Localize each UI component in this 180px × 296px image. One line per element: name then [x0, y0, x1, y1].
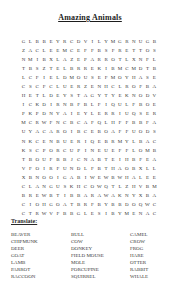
grid-cell: R [75, 64, 82, 73]
grid-cell: A [130, 173, 137, 182]
grid-cell: K [123, 91, 130, 100]
grid-cell: R [82, 200, 89, 209]
grid-cell: C [48, 82, 55, 91]
grid-cell: A [151, 118, 158, 127]
grid-cell: M [123, 209, 130, 218]
grid-cell: B [137, 137, 144, 146]
grid-cell: K [20, 146, 27, 155]
grid-cell: G [48, 182, 55, 191]
grid-cell: B [75, 191, 82, 200]
grid-cell: T [48, 64, 55, 73]
grid-cell: U [103, 146, 110, 155]
grid-cell: C [41, 127, 48, 136]
grid-cell: S [68, 91, 75, 100]
grid-cell: H [20, 91, 27, 100]
grid-cell: T [144, 64, 151, 73]
grid-cell: O [137, 91, 144, 100]
grid-cell: V [20, 164, 27, 173]
grid-cell: A [61, 55, 68, 64]
grid-cell: P [41, 146, 48, 155]
grid-cell: F [96, 100, 103, 109]
grid-cell: A [34, 182, 41, 191]
grid-cell: N [68, 164, 75, 173]
grid-cell: L [27, 37, 34, 46]
grid-cell: R [96, 55, 103, 64]
grid-cell: B [96, 46, 103, 55]
grid-cell: B [54, 137, 61, 146]
grid-cell: A [61, 200, 68, 209]
grid-cell: N [34, 173, 41, 182]
grid-cell: L [54, 55, 61, 64]
grid-cell: O [144, 100, 151, 109]
grid-cell: A [144, 137, 151, 146]
grid-cell: D [75, 37, 82, 46]
grid-cell: T [137, 46, 144, 55]
grid-cell: V [48, 209, 55, 218]
grid-cell: K [116, 191, 123, 200]
grid-cell: D [123, 200, 130, 209]
grid-cell: O [48, 173, 55, 182]
grid-cell: E [75, 55, 82, 64]
grid-cell: L [89, 109, 96, 118]
grid-cell: R [34, 118, 41, 127]
grid-cell: B [151, 64, 158, 73]
grid-cell: K [96, 64, 103, 73]
grid-cell: U [61, 137, 68, 146]
grid-cell: D [137, 64, 144, 73]
grid-cell: F [89, 46, 96, 55]
grid-cell: I [103, 100, 110, 109]
grid-cell: C [82, 182, 89, 191]
grid-cell: R [34, 209, 41, 218]
grid-cell: R [48, 164, 55, 173]
grid-cell: F [116, 118, 123, 127]
grid-cell: B [151, 37, 158, 46]
grid-cell: W [89, 173, 96, 182]
grid-cell: O [116, 73, 123, 82]
grid-cell: X [20, 173, 27, 182]
grid-cell: N [82, 155, 89, 164]
grid-cell: B [41, 55, 48, 64]
grid-cell: Q [110, 100, 117, 109]
word-item: LAMB [11, 259, 69, 266]
grid-cell: O [34, 200, 41, 209]
grid-cell: K [27, 137, 34, 146]
grid-cell: B [68, 100, 75, 109]
grid-cell: T [68, 200, 75, 209]
grid-cell: D [41, 109, 48, 118]
grid-cell: R [27, 191, 34, 200]
grid-cell: Z [123, 182, 130, 191]
grid-cell: C [27, 118, 34, 127]
grid-cell: I [116, 109, 123, 118]
grid-cell: S [61, 182, 68, 191]
grid-cell: B [96, 155, 103, 164]
grid-cell: C [123, 64, 130, 73]
grid-cell: X [137, 191, 144, 200]
grid-cell: D [75, 164, 82, 173]
page-title: Amazing Animals [0, 13, 180, 22]
word-item: FIELD MOUSE [71, 252, 127, 259]
grid-cell: L [151, 55, 158, 64]
grid-cell: A [68, 173, 75, 182]
grid-cell: B [110, 200, 117, 209]
grid-cell: T [130, 46, 137, 55]
grid-cell: R [116, 46, 123, 55]
grid-cell: A [110, 127, 117, 136]
worksheet-page: Amazing Animals GLBBEYRCDVILYMGRNUGBZACL… [0, 0, 180, 296]
grid-cell: I [82, 137, 89, 146]
grid-cell: G [61, 173, 68, 182]
grid-cell: L [137, 173, 144, 182]
grid-cell: A [151, 191, 158, 200]
word-item: DEER [11, 245, 69, 252]
grid-cell: O [137, 146, 144, 155]
grid-cell: F [82, 46, 89, 55]
grid-cell: Y [82, 109, 89, 118]
grid-cell: D [48, 91, 55, 100]
grid-cell: W [116, 173, 123, 182]
grid-cell: B [144, 182, 151, 191]
grid-cell: M [110, 37, 117, 46]
grid-cell: Z [41, 64, 48, 73]
grid-cell: A [61, 109, 68, 118]
grid-cell: W [96, 182, 103, 191]
word-search-grid: GLBBEYRCDVILYMGRNUGBZACLEEMCEFFBSFRETTOS… [20, 37, 158, 218]
grid-cell: Y [61, 91, 68, 100]
grid-cell: E [116, 91, 123, 100]
grid-cell: L [41, 91, 48, 100]
grid-cell: W [103, 173, 110, 182]
grid-cell: M [116, 64, 123, 73]
grid-cell: B [68, 209, 75, 218]
word-item: DONKEY [71, 245, 127, 252]
grid-cell: E [34, 191, 41, 200]
grid-cell: I [48, 100, 55, 109]
grid-cell: R [75, 82, 82, 91]
grid-cell: T [103, 91, 110, 100]
grid-cell: C [34, 46, 41, 55]
grid-cell: E [144, 173, 151, 182]
word-item: RABBIT [130, 266, 178, 273]
grid-cell: H [130, 73, 137, 82]
grid-cell: T [54, 191, 61, 200]
grid-cell: F [27, 164, 34, 173]
grid-cell: L [54, 82, 61, 91]
grid-cell: E [41, 137, 48, 146]
word-item: BEAVER [11, 231, 69, 238]
grid-cell: R [103, 55, 110, 64]
grid-cell: M [61, 46, 68, 55]
grid-cell: O [130, 200, 137, 209]
grid-cell: Q [103, 182, 110, 191]
grid-cell: R [110, 109, 117, 118]
grid-cell: R [54, 100, 61, 109]
grid-cell: U [20, 127, 27, 136]
grid-cell: N [123, 191, 130, 200]
grid-cell: C [20, 82, 27, 91]
grid-cell: E [27, 91, 34, 100]
grid-cell: U [137, 37, 144, 46]
grid-cell: J [68, 155, 75, 164]
grid-cell: R [54, 127, 61, 136]
grid-cell: E [96, 109, 103, 118]
grid-cell: A [89, 155, 96, 164]
grid-cell: T [103, 164, 110, 173]
grid-cell: E [48, 37, 55, 46]
grid-cell: B [48, 191, 55, 200]
grid-cell: F [34, 73, 41, 82]
word-item: HARE [130, 252, 178, 259]
grid-cell: B [130, 164, 137, 173]
grid-cell: O [34, 164, 41, 173]
grid-cell: C [20, 200, 27, 209]
grid-cell: B [27, 173, 34, 182]
grid-cell: B [27, 64, 34, 73]
grid-cell: G [144, 37, 151, 46]
grid-cell: H [110, 164, 117, 173]
grid-cell: U [116, 100, 123, 109]
grid-cell: M [116, 137, 123, 146]
grid-cell: F [123, 127, 130, 136]
word-item: SQUIRREL [71, 273, 127, 280]
word-item: WHALE [130, 273, 178, 280]
grid-cell: S [151, 46, 158, 55]
grid-cell: Y [54, 109, 61, 118]
grid-cell: N [48, 109, 55, 118]
grid-cell: P [34, 109, 41, 118]
grid-cell: B [75, 127, 82, 136]
grid-cell: E [68, 137, 75, 146]
grid-cell: I [68, 127, 75, 136]
grid-cell: T [75, 91, 82, 100]
grid-cell: X [137, 164, 144, 173]
word-item: CHIPMUNK [11, 238, 69, 245]
grid-cell: N [48, 137, 55, 146]
word-item: CROW [130, 238, 178, 245]
grid-cell: U [130, 127, 137, 136]
grid-cell: Q [96, 118, 103, 127]
grid-cell: R [82, 64, 89, 73]
grid-cell: N [96, 82, 103, 91]
grid-cell: E [89, 209, 96, 218]
grid-cell: N [20, 137, 27, 146]
grid-cell: C [20, 182, 27, 191]
grid-cell: F [110, 46, 117, 55]
grid-cell: Y [103, 37, 110, 46]
grid-cell: E [54, 64, 61, 73]
grid-cell: B [82, 100, 89, 109]
grid-cell: A [82, 91, 89, 100]
grid-cell: T [116, 55, 123, 64]
grid-cell: F [89, 118, 96, 127]
grid-cell: B [27, 155, 34, 164]
grid-cell: M [20, 118, 27, 127]
grid-cell: M [151, 182, 158, 191]
grid-cell: A [116, 164, 123, 173]
grid-cell: L [130, 137, 137, 146]
word-list-column-3: CAMELCROWFROGHAREOTTERRABBITWHALE [130, 231, 178, 280]
grid-cell: A [48, 127, 55, 136]
grid-cell: B [137, 100, 144, 109]
grid-cell: C [34, 146, 41, 155]
grid-cell: D [61, 73, 68, 82]
grid-cell: U [123, 109, 130, 118]
grid-cell: E [96, 173, 103, 182]
grid-cell: I [34, 55, 41, 64]
grid-cell: E [89, 127, 96, 136]
grid-cell: O [54, 200, 61, 209]
grid-cell: C [34, 137, 41, 146]
grid-cell: T [20, 64, 27, 73]
grid-cell: L [96, 37, 103, 46]
grid-cell: O [130, 82, 137, 91]
grid-cell: H [103, 82, 110, 91]
word-list-column-2: BULLCOWDONKEYFIELD MOUSEMOLEPORCUPINESQU… [71, 231, 127, 280]
grid-cell: C [27, 100, 34, 109]
grid-cell: E [96, 146, 103, 155]
grid-cell: S [34, 64, 41, 73]
grid-cell: H [123, 155, 130, 164]
grid-cell: W [41, 118, 48, 127]
grid-cell: M [110, 73, 117, 82]
grid-cell: T [34, 91, 41, 100]
grid-cell: T [27, 209, 34, 218]
grid-cell: B [75, 173, 82, 182]
grid-cell: O [110, 55, 117, 64]
grid-cell: Y [123, 137, 130, 146]
grid-cell: B [110, 64, 117, 73]
grid-cell: B [61, 209, 68, 218]
grid-cell: Q [130, 109, 137, 118]
grid-cell: B [41, 37, 48, 46]
word-item: COW [71, 238, 127, 245]
grid-cell: I [82, 173, 89, 182]
grid-cell: K [34, 100, 41, 109]
grid-cell: D [144, 91, 151, 100]
grid-cell: A [144, 209, 151, 218]
grid-cell: S [27, 82, 34, 91]
grid-cell: L [54, 73, 61, 82]
grid-cell: X [48, 55, 55, 64]
grid-cell: I [41, 164, 48, 173]
grid-cell: C [110, 82, 117, 91]
grid-cell: R [123, 37, 130, 46]
grid-cell: E [110, 146, 117, 155]
grid-cell: Q [89, 137, 96, 146]
grid-cell: E [48, 46, 55, 55]
grid-cell: C [61, 118, 68, 127]
grid-cell: Y [103, 200, 110, 209]
grid-cell: B [75, 200, 82, 209]
grid-cell: F [75, 100, 82, 109]
grid-cell: E [151, 100, 158, 109]
grid-cell: C [151, 209, 158, 218]
grid-cell: H [110, 118, 117, 127]
grid-cell: B [116, 200, 123, 209]
grid-cell: C [27, 73, 34, 82]
grid-cell: B [96, 200, 103, 209]
grid-cell: O [89, 182, 96, 191]
grid-cell: L [20, 73, 27, 82]
grid-cell: C [75, 118, 82, 127]
grid-cell: K [68, 182, 75, 191]
grid-cell: E [54, 91, 61, 100]
grid-cell: L [116, 82, 123, 91]
grid-cell: W [41, 209, 48, 218]
grid-cell: C [34, 82, 41, 91]
grid-cell: Y [110, 91, 117, 100]
grid-cell: Y [123, 73, 130, 82]
grid-cell: D [41, 100, 48, 109]
grid-cell: R [103, 109, 110, 118]
grid-cell: M [130, 64, 137, 73]
grid-cell: P [20, 109, 27, 118]
grid-cell: L [151, 164, 158, 173]
grid-cell: D [144, 127, 151, 136]
grid-cell: U [61, 164, 68, 173]
grid-cell: E [144, 109, 151, 118]
grid-cell: E [68, 82, 75, 91]
grid-cell: N [137, 209, 144, 218]
grid-cell: N [41, 182, 48, 191]
grid-cell: B [54, 155, 61, 164]
grid-cell: L [123, 55, 130, 64]
grid-cell: R [75, 137, 82, 146]
grid-cell: A [110, 191, 117, 200]
grid-cell: Z [68, 55, 75, 64]
grid-cell: Y [54, 37, 61, 46]
grid-cell: N [61, 100, 68, 109]
grid-cell: A [137, 73, 144, 82]
word-item: MOLE [71, 259, 127, 266]
grid-cell: R [61, 37, 68, 46]
grid-cell: C [61, 146, 68, 155]
grid-cell: N [54, 118, 61, 127]
grid-cell: H [75, 182, 82, 191]
grid-cell: F [144, 55, 151, 64]
grid-cell: F [48, 118, 55, 127]
grid-cell: F [116, 127, 123, 136]
grid-cell: O [123, 164, 130, 173]
grid-cell: N [130, 37, 137, 46]
grid-cell: C [75, 155, 82, 164]
word-list-column-1: BEAVERCHIPMUNKDEERGOATLAMBPARROTRACCOON [11, 231, 69, 280]
grid-cell: T [103, 155, 110, 164]
grid-cell: I [27, 200, 34, 209]
grid-cell: C [20, 209, 27, 218]
grid-cell: E [89, 64, 96, 73]
grid-cell: E [54, 46, 61, 55]
grid-cell: L [116, 182, 123, 191]
grid-cell: O [103, 127, 110, 136]
grid-cell: Y [27, 127, 34, 136]
grid-cell: N [137, 55, 144, 64]
grid-cell: F [130, 100, 137, 109]
grid-cell: E [144, 155, 151, 164]
grid-cell: L [89, 100, 96, 109]
grid-cell: S [144, 73, 151, 82]
grid-cell: B [20, 191, 27, 200]
grid-cell: G [20, 37, 27, 46]
grid-cell: B [68, 118, 75, 127]
grid-cell: F [144, 118, 151, 127]
grid-cell: H [130, 182, 137, 191]
grid-cell: E [89, 82, 96, 91]
grid-cell: G [116, 37, 123, 46]
grid-cell: S [89, 73, 96, 82]
grid-cell: L [82, 164, 89, 173]
